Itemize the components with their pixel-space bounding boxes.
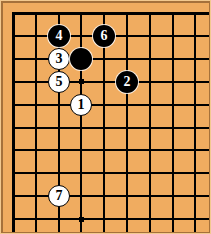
grid-line <box>12 195 209 197</box>
grid-line <box>12 104 209 106</box>
stone-black-2: 2 <box>116 71 138 93</box>
stone-white-3: 3 <box>48 48 70 70</box>
grid-line <box>35 12 37 232</box>
grid-line <box>80 12 82 232</box>
stone-black-4: 4 <box>48 25 70 47</box>
grid-line <box>149 12 151 232</box>
move-number: 1 <box>78 98 85 112</box>
stone-white-5: 5 <box>48 71 70 93</box>
move-number: 3 <box>56 52 63 66</box>
move-number: 2 <box>124 75 131 89</box>
grid-line <box>12 58 209 60</box>
hoshi-point <box>79 217 84 222</box>
move-number: 5 <box>56 75 63 89</box>
grid-line <box>126 12 128 232</box>
stone-black <box>70 48 92 70</box>
stone-black-6: 6 <box>93 25 115 47</box>
grid-line <box>12 172 209 174</box>
grid-line <box>12 127 209 129</box>
grid-line <box>172 12 174 232</box>
grid-line <box>194 12 196 232</box>
move-number: 4 <box>56 29 63 43</box>
grid-line <box>12 12 209 15</box>
grid-line <box>12 81 209 83</box>
go-board-diagram[interactable]: 4635217 <box>0 0 211 234</box>
move-number: 7 <box>56 189 63 203</box>
go-board: 4635217 <box>0 0 211 234</box>
move-number: 6 <box>101 29 108 43</box>
stone-white-1: 1 <box>70 94 92 116</box>
grid-line <box>12 218 209 220</box>
hoshi-point <box>79 79 84 84</box>
grid-line <box>12 149 209 151</box>
grid-line <box>12 12 15 232</box>
stone-white-7: 7 <box>48 185 70 207</box>
